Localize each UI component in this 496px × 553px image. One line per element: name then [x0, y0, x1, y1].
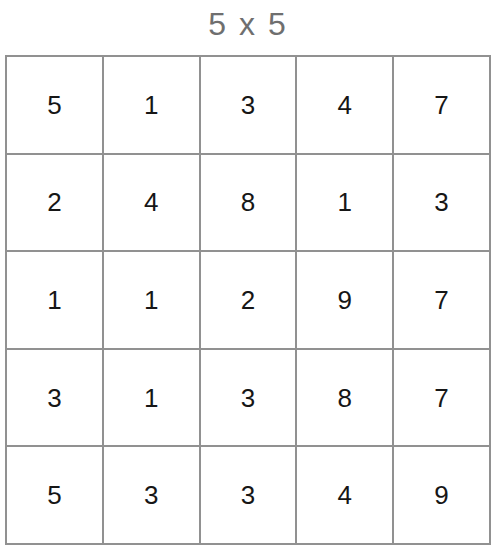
- cell-value: 3: [241, 92, 255, 118]
- cell-value: 1: [338, 189, 352, 215]
- cell-value: 1: [144, 385, 158, 411]
- grid-cell-r1c1[interactable]: 5: [7, 57, 102, 153]
- cell-value: 8: [338, 385, 352, 411]
- cell-value: 3: [241, 385, 255, 411]
- cell-value: 2: [241, 287, 255, 313]
- cell-value: 7: [434, 287, 448, 313]
- cell-value: 4: [338, 482, 352, 508]
- grid-cell-r5c5[interactable]: 9: [394, 447, 489, 543]
- puzzle-page: 5 x 5 5134724813112973138753349: [0, 0, 496, 553]
- grid-cell-r4c2[interactable]: 1: [104, 350, 199, 446]
- cell-value: 1: [47, 287, 61, 313]
- grid-cell-r4c4[interactable]: 8: [297, 350, 392, 446]
- puzzle-grid: 5134724813112973138753349: [5, 55, 491, 545]
- grid-cell-r2c2[interactable]: 4: [104, 155, 199, 251]
- cell-value: 3: [144, 482, 158, 508]
- grid-cell-r1c2[interactable]: 1: [104, 57, 199, 153]
- grid-cell-r3c2[interactable]: 1: [104, 252, 199, 348]
- cell-value: 7: [434, 92, 448, 118]
- grid-cell-r5c3[interactable]: 3: [201, 447, 296, 543]
- grid-cell-r5c4[interactable]: 4: [297, 447, 392, 543]
- cell-value: 3: [241, 482, 255, 508]
- grid-cell-r1c5[interactable]: 7: [394, 57, 489, 153]
- grid-cell-r2c1[interactable]: 2: [7, 155, 102, 251]
- grid-cell-r4c5[interactable]: 7: [394, 350, 489, 446]
- cell-value: 8: [241, 189, 255, 215]
- cell-value: 9: [434, 482, 448, 508]
- grid-cell-r4c3[interactable]: 3: [201, 350, 296, 446]
- cell-value: 3: [434, 189, 448, 215]
- grid-cell-r2c5[interactable]: 3: [394, 155, 489, 251]
- grid-cell-r4c1[interactable]: 3: [7, 350, 102, 446]
- cell-value: 2: [47, 189, 61, 215]
- grid-cell-r5c1[interactable]: 5: [7, 447, 102, 543]
- grid-cell-r3c4[interactable]: 9: [297, 252, 392, 348]
- grid-cell-r3c3[interactable]: 2: [201, 252, 296, 348]
- cell-value: 4: [338, 92, 352, 118]
- cell-value: 5: [47, 482, 61, 508]
- page-title: 5 x 5: [0, 0, 496, 55]
- grid-cell-r2c3[interactable]: 8: [201, 155, 296, 251]
- grid-cell-r3c5[interactable]: 7: [394, 252, 489, 348]
- cell-value: 5: [47, 92, 61, 118]
- grid-cell-r1c3[interactable]: 3: [201, 57, 296, 153]
- grid-cell-r2c4[interactable]: 1: [297, 155, 392, 251]
- cell-value: 9: [338, 287, 352, 313]
- grid-cell-r1c4[interactable]: 4: [297, 57, 392, 153]
- grid-cell-r5c2[interactable]: 3: [104, 447, 199, 543]
- grid-cell-r3c1[interactable]: 1: [7, 252, 102, 348]
- cell-value: 4: [144, 189, 158, 215]
- cell-value: 1: [144, 287, 158, 313]
- cell-value: 1: [144, 92, 158, 118]
- cell-value: 7: [434, 385, 448, 411]
- cell-value: 3: [47, 385, 61, 411]
